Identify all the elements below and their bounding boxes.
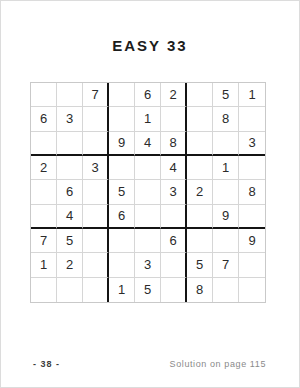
sudoku-cell-r2c1: 6 — [31, 107, 57, 131]
puzzle-book-page: EASY 33 76251631894832341653284697569123… — [0, 0, 300, 388]
sudoku-cell-r9c3 — [83, 278, 109, 302]
sudoku-cell-r9c5: 5 — [135, 278, 161, 302]
sudoku-cell-r6c8: 9 — [213, 205, 239, 229]
sudoku-cell-r4c8: 1 — [213, 156, 239, 180]
sudoku-cell-r5c2: 6 — [57, 180, 83, 204]
sudoku-cell-r3c3 — [83, 132, 109, 156]
sudoku-cell-r1c7 — [187, 83, 213, 107]
sudoku-cell-r6c6 — [161, 205, 187, 229]
sudoku-cell-r8c9 — [239, 253, 265, 277]
sudoku-cell-r1c2 — [57, 83, 83, 107]
sudoku-cell-r7c3 — [83, 229, 109, 253]
sudoku-cell-r3c1 — [31, 132, 57, 156]
sudoku-cell-r3c4: 9 — [109, 132, 135, 156]
sudoku-cell-r4c4 — [109, 156, 135, 180]
sudoku-cell-r1c1 — [31, 83, 57, 107]
sudoku-cell-r2c7 — [187, 107, 213, 131]
sudoku-cell-r5c9: 8 — [239, 180, 265, 204]
sudoku-cell-r8c7: 5 — [187, 253, 213, 277]
sudoku-cell-r6c9 — [239, 205, 265, 229]
sudoku-cell-r4c3: 3 — [83, 156, 109, 180]
sudoku-cell-r1c3: 7 — [83, 83, 109, 107]
sudoku-cell-r9c6 — [161, 278, 187, 302]
sudoku-cell-r4c1: 2 — [31, 156, 57, 180]
sudoku-cell-r5c7: 2 — [187, 180, 213, 204]
sudoku-cell-r7c4 — [109, 229, 135, 253]
sudoku-cell-r3c5: 4 — [135, 132, 161, 156]
sudoku-cell-r5c1 — [31, 180, 57, 204]
sudoku-cell-r9c9 — [239, 278, 265, 302]
sudoku-cell-r5c8 — [213, 180, 239, 204]
sudoku-cell-r8c6 — [161, 253, 187, 277]
sudoku-cell-r7c7 — [187, 229, 213, 253]
sudoku-cell-r8c5: 3 — [135, 253, 161, 277]
sudoku-cell-r6c4: 6 — [109, 205, 135, 229]
sudoku-cell-r1c5: 6 — [135, 83, 161, 107]
sudoku-cell-r4c2 — [57, 156, 83, 180]
sudoku-cell-r7c2: 5 — [57, 229, 83, 253]
sudoku-cell-r6c3 — [83, 205, 109, 229]
solution-note: Solution on page 115 — [170, 359, 266, 369]
sudoku-cell-r6c7 — [187, 205, 213, 229]
sudoku-cell-r9c8 — [213, 278, 239, 302]
sudoku-cell-r4c7 — [187, 156, 213, 180]
sudoku-cell-r4c9 — [239, 156, 265, 180]
sudoku-cell-r9c1 — [31, 278, 57, 302]
sudoku-cell-r7c8 — [213, 229, 239, 253]
sudoku-cell-r3c8 — [213, 132, 239, 156]
puzzle-title: EASY 33 — [1, 37, 299, 54]
sudoku-cell-r5c4: 5 — [109, 180, 135, 204]
sudoku-cell-r7c6: 6 — [161, 229, 187, 253]
sudoku-cell-r8c8: 7 — [213, 253, 239, 277]
sudoku-cell-r8c1: 1 — [31, 253, 57, 277]
sudoku-cell-r7c5 — [135, 229, 161, 253]
sudoku-cell-r2c9 — [239, 107, 265, 131]
sudoku-cell-r9c2 — [57, 278, 83, 302]
sudoku-cell-r3c9: 3 — [239, 132, 265, 156]
sudoku-cell-r8c4 — [109, 253, 135, 277]
sudoku-cell-r9c4: 1 — [109, 278, 135, 302]
sudoku-cell-r4c6: 4 — [161, 156, 187, 180]
sudoku-cell-r5c6: 3 — [161, 180, 187, 204]
sudoku-cell-r1c9: 1 — [239, 83, 265, 107]
sudoku-cell-r8c3 — [83, 253, 109, 277]
sudoku-cell-r3c7 — [187, 132, 213, 156]
sudoku-cell-r7c9: 9 — [239, 229, 265, 253]
sudoku-cell-r2c6 — [161, 107, 187, 131]
sudoku-cell-r2c4 — [109, 107, 135, 131]
sudoku-cell-r6c1 — [31, 205, 57, 229]
sudoku-cell-r8c2: 2 — [57, 253, 83, 277]
sudoku-cell-r1c4 — [109, 83, 135, 107]
sudoku-cell-r7c1: 7 — [31, 229, 57, 253]
sudoku-cell-r2c3 — [83, 107, 109, 131]
sudoku-cell-r3c2 — [57, 132, 83, 156]
sudoku-board: 7625163189483234165328469756912357158 — [30, 82, 266, 303]
page-number: - 38 - — [33, 359, 60, 369]
sudoku-cell-r6c5 — [135, 205, 161, 229]
sudoku-cell-r6c2: 4 — [57, 205, 83, 229]
sudoku-cell-r2c2: 3 — [57, 107, 83, 131]
sudoku-cell-r2c5: 1 — [135, 107, 161, 131]
sudoku-cell-r3c6: 8 — [161, 132, 187, 156]
sudoku-cell-r1c8: 5 — [213, 83, 239, 107]
sudoku-cell-r1c6: 2 — [161, 83, 187, 107]
sudoku-cell-r5c3 — [83, 180, 109, 204]
sudoku-cell-r5c5 — [135, 180, 161, 204]
sudoku-cell-r9c7: 8 — [187, 278, 213, 302]
sudoku-cell-r4c5 — [135, 156, 161, 180]
sudoku-cell-r2c8: 8 — [213, 107, 239, 131]
